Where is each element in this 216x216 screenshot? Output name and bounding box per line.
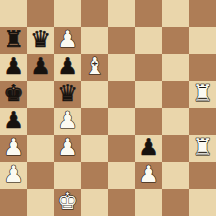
piece-white-pawn[interactable]: ♟	[3, 134, 24, 161]
piece-black-queen[interactable]: ♛	[30, 26, 51, 53]
square-d3[interactable]	[81, 135, 108, 162]
square-e1[interactable]	[108, 189, 135, 216]
square-h4[interactable]	[189, 108, 216, 135]
piece-white-pawn[interactable]: ♟	[3, 161, 24, 188]
square-f2[interactable]: ♟	[135, 162, 162, 189]
square-d5[interactable]	[81, 81, 108, 108]
square-c4[interactable]: ♟	[54, 108, 81, 135]
piece-white-rook[interactable]: ♜	[192, 134, 213, 161]
square-c8[interactable]	[54, 0, 81, 27]
square-f8[interactable]	[135, 0, 162, 27]
square-e7[interactable]	[108, 27, 135, 54]
square-c1[interactable]: ♚	[54, 189, 81, 216]
square-g4[interactable]	[162, 108, 189, 135]
square-h5[interactable]: ♜	[189, 81, 216, 108]
piece-black-queen[interactable]: ♛	[57, 80, 78, 107]
square-g7[interactable]	[162, 27, 189, 54]
piece-black-pawn[interactable]: ♟	[138, 134, 159, 161]
square-g5[interactable]	[162, 81, 189, 108]
square-d8[interactable]	[81, 0, 108, 27]
square-b6[interactable]: ♟	[27, 54, 54, 81]
piece-white-pawn[interactable]: ♟	[57, 26, 78, 53]
square-h7[interactable]	[189, 27, 216, 54]
square-c6[interactable]: ♟	[54, 54, 81, 81]
piece-white-rook[interactable]: ♜	[192, 80, 213, 107]
square-g3[interactable]	[162, 135, 189, 162]
piece-white-pawn[interactable]: ♟	[138, 161, 159, 188]
square-b3[interactable]	[27, 135, 54, 162]
square-b8[interactable]	[27, 0, 54, 27]
piece-white-bishop[interactable]: ♝	[84, 53, 105, 80]
square-e5[interactable]	[108, 81, 135, 108]
square-a8[interactable]	[0, 0, 27, 27]
piece-black-pawn[interactable]: ♟	[3, 53, 24, 80]
square-h2[interactable]	[189, 162, 216, 189]
square-f1[interactable]	[135, 189, 162, 216]
piece-white-king[interactable]: ♚	[57, 188, 78, 215]
square-g6[interactable]	[162, 54, 189, 81]
piece-white-pawn[interactable]: ♟	[57, 134, 78, 161]
square-c3[interactable]: ♟	[54, 135, 81, 162]
square-h1[interactable]	[189, 189, 216, 216]
chess-board: ♜♛♟♟♟♟♝♚♛♜♟♟♟♟♟♜♟♟♚	[0, 0, 216, 216]
square-d4[interactable]	[81, 108, 108, 135]
piece-black-pawn[interactable]: ♟	[3, 107, 24, 134]
square-e2[interactable]	[108, 162, 135, 189]
square-e4[interactable]	[108, 108, 135, 135]
square-f6[interactable]	[135, 54, 162, 81]
square-a4[interactable]: ♟	[0, 108, 27, 135]
square-a7[interactable]: ♜	[0, 27, 27, 54]
square-g2[interactable]	[162, 162, 189, 189]
square-g1[interactable]	[162, 189, 189, 216]
square-e8[interactable]	[108, 0, 135, 27]
square-f5[interactable]	[135, 81, 162, 108]
square-b7[interactable]: ♛	[27, 27, 54, 54]
square-c5[interactable]: ♛	[54, 81, 81, 108]
square-c2[interactable]	[54, 162, 81, 189]
square-b4[interactable]	[27, 108, 54, 135]
piece-black-pawn[interactable]: ♟	[57, 53, 78, 80]
square-c7[interactable]: ♟	[54, 27, 81, 54]
square-d1[interactable]	[81, 189, 108, 216]
piece-black-king[interactable]: ♚	[3, 80, 24, 107]
piece-black-rook[interactable]: ♜	[3, 26, 24, 53]
square-d2[interactable]	[81, 162, 108, 189]
square-f3[interactable]: ♟	[135, 135, 162, 162]
square-a5[interactable]: ♚	[0, 81, 27, 108]
square-f7[interactable]	[135, 27, 162, 54]
square-b5[interactable]	[27, 81, 54, 108]
piece-white-pawn[interactable]: ♟	[57, 107, 78, 134]
square-e6[interactable]	[108, 54, 135, 81]
square-a3[interactable]: ♟	[0, 135, 27, 162]
piece-black-pawn[interactable]: ♟	[30, 53, 51, 80]
square-d7[interactable]	[81, 27, 108, 54]
square-b2[interactable]	[27, 162, 54, 189]
square-f4[interactable]	[135, 108, 162, 135]
square-g8[interactable]	[162, 0, 189, 27]
square-a6[interactable]: ♟	[0, 54, 27, 81]
square-h8[interactable]	[189, 0, 216, 27]
square-e3[interactable]	[108, 135, 135, 162]
square-b1[interactable]	[27, 189, 54, 216]
square-d6[interactable]: ♝	[81, 54, 108, 81]
square-h6[interactable]	[189, 54, 216, 81]
square-a2[interactable]: ♟	[0, 162, 27, 189]
square-h3[interactable]: ♜	[189, 135, 216, 162]
square-a1[interactable]	[0, 189, 27, 216]
